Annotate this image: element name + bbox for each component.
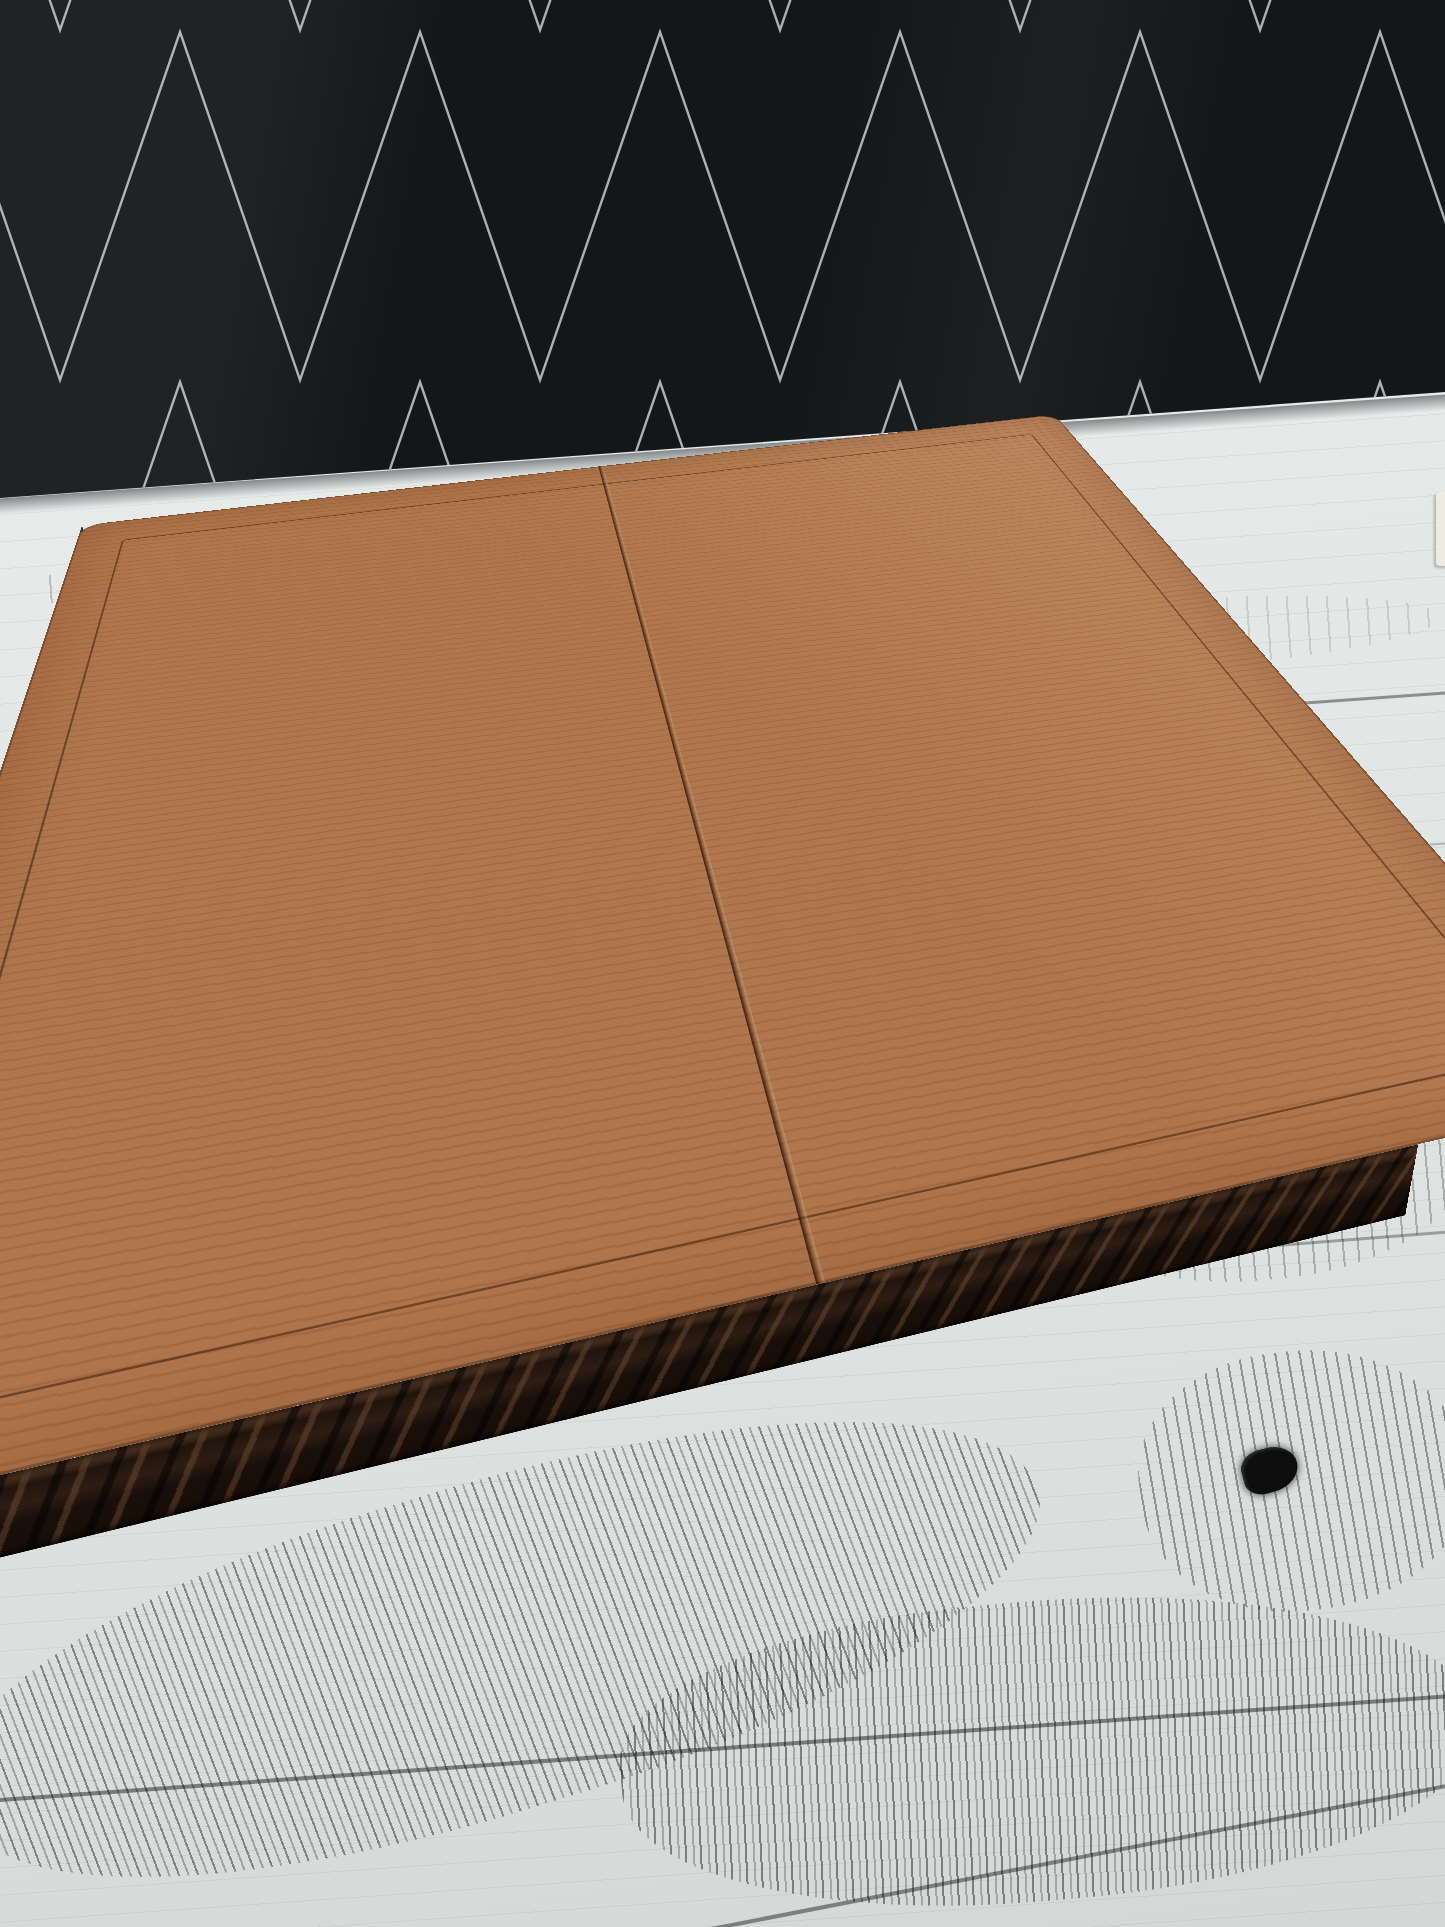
- clipped-piece-edge: [1436, 492, 1445, 566]
- chess-board[interactable]: [0, 460, 1445, 1609]
- photo-scene: { "game": "chess", "scene_description": …: [0, 0, 1445, 1927]
- scene-3d: [0, 0, 1445, 1927]
